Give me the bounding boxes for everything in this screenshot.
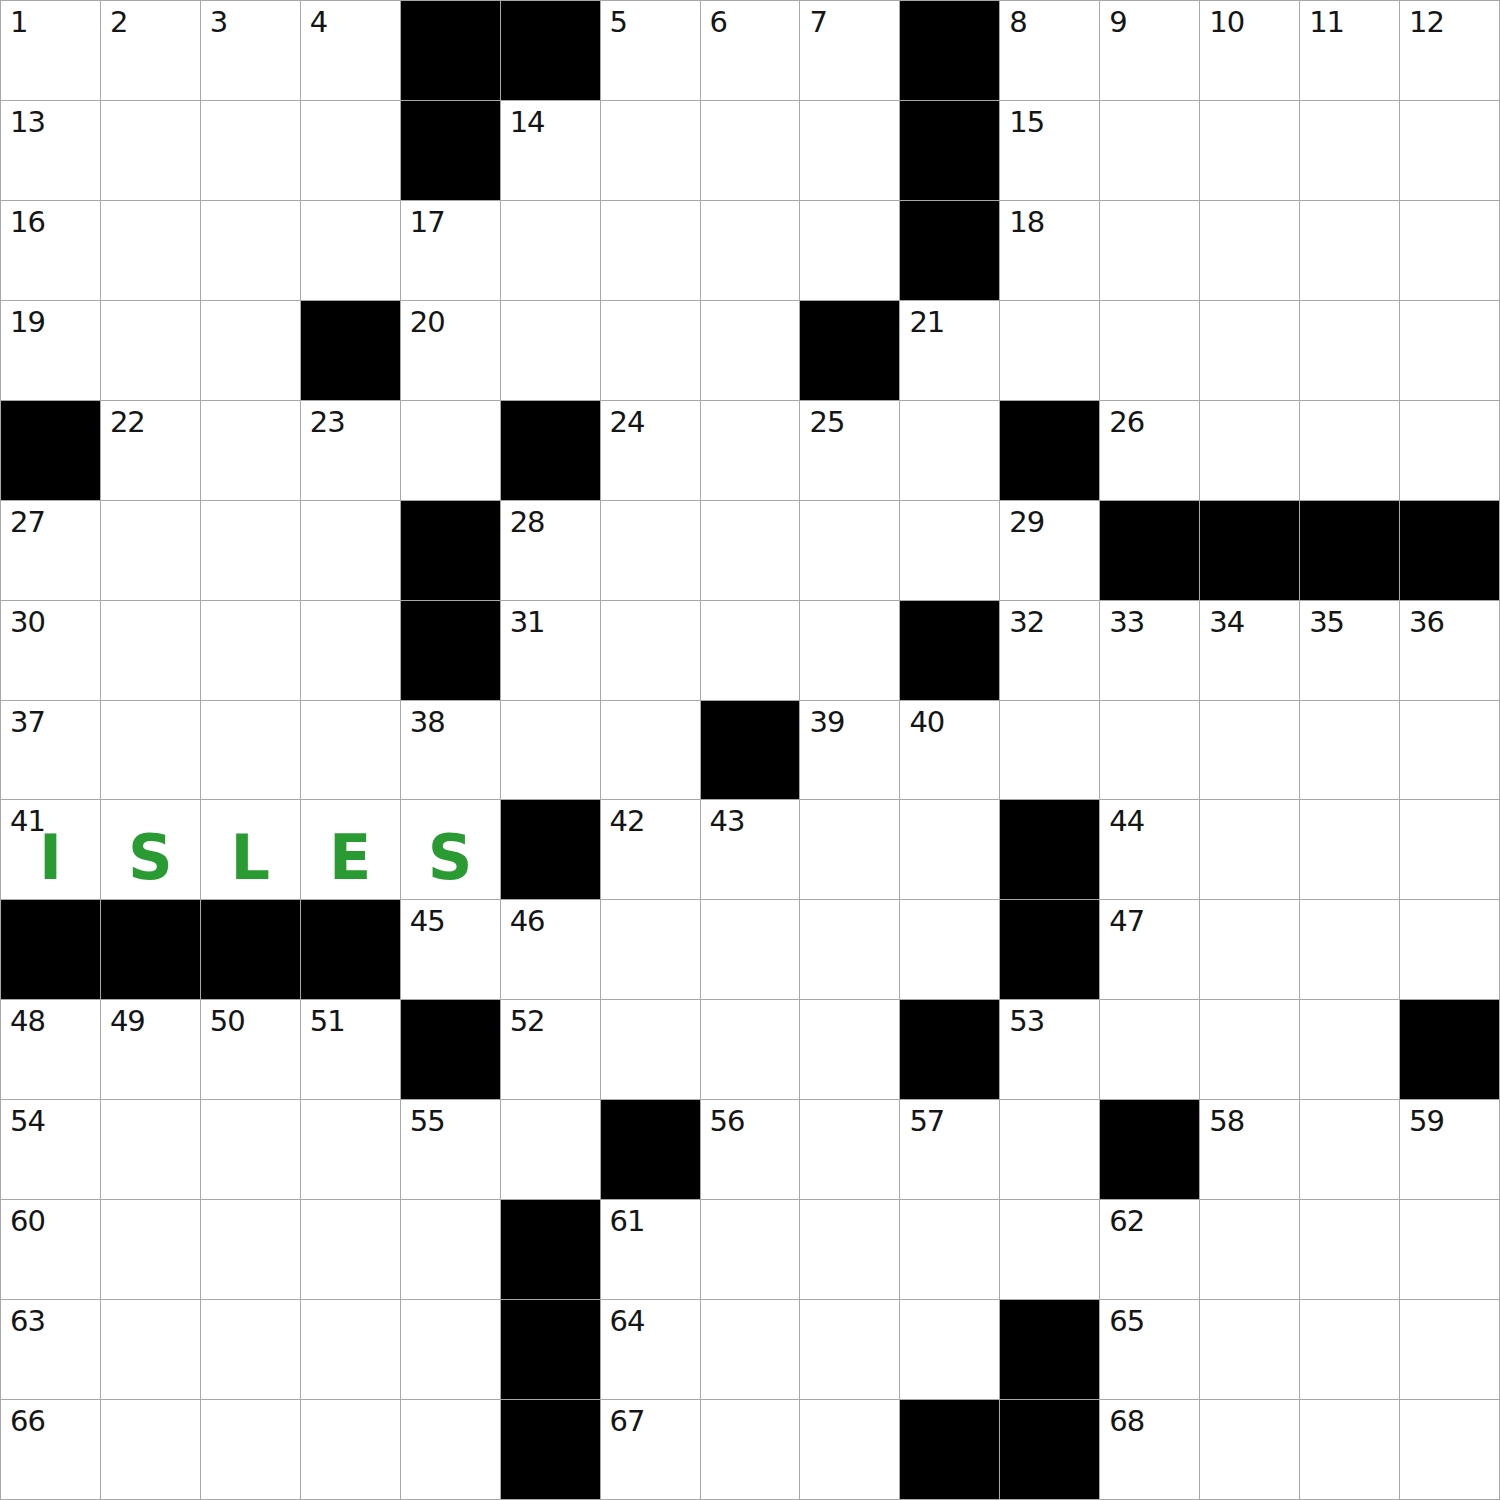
white-cell[interactable] xyxy=(800,800,899,899)
white-cell[interactable] xyxy=(101,1100,200,1199)
white-cell[interactable] xyxy=(601,201,700,300)
crossword-board: 1234567891011121314151617181920212223242… xyxy=(0,0,1500,1500)
black-cell xyxy=(201,900,300,999)
white-cell[interactable]: 58 xyxy=(1200,1100,1299,1199)
white-cell[interactable]: 22 xyxy=(101,401,200,500)
black-cell xyxy=(900,1,999,100)
clue-number: 3 xyxy=(210,5,227,39)
white-cell[interactable] xyxy=(501,201,600,300)
white-cell[interactable] xyxy=(900,900,999,999)
clue-number: 54 xyxy=(10,1104,45,1138)
white-cell[interactable] xyxy=(201,1100,300,1199)
white-cell[interactable] xyxy=(1400,1300,1499,1399)
white-cell[interactable] xyxy=(1300,401,1399,500)
white-cell[interactable] xyxy=(1400,800,1499,899)
white-cell[interactable] xyxy=(301,101,400,200)
white-cell[interactable] xyxy=(701,301,800,400)
white-cell[interactable]: 25 xyxy=(800,401,899,500)
white-cell[interactable] xyxy=(701,1300,800,1399)
white-cell[interactable]: 62 xyxy=(1100,1200,1199,1299)
white-cell[interactable]: E xyxy=(301,800,400,899)
clue-number: 62 xyxy=(1109,1204,1144,1238)
white-cell[interactable] xyxy=(201,301,300,400)
white-cell[interactable] xyxy=(800,501,899,600)
cell-letter: S xyxy=(401,808,500,907)
white-cell[interactable]: 13 xyxy=(1,101,100,200)
clue-number: 66 xyxy=(10,1404,45,1438)
white-cell[interactable] xyxy=(601,701,700,800)
white-cell[interactable] xyxy=(201,101,300,200)
clue-number: 32 xyxy=(1009,605,1044,639)
clue-number: 64 xyxy=(610,1304,645,1338)
white-cell[interactable] xyxy=(900,1200,999,1299)
clue-number: 68 xyxy=(1109,1404,1144,1438)
clue-number: 8 xyxy=(1009,5,1026,39)
white-cell[interactable] xyxy=(1300,900,1399,999)
white-cell[interactable]: 23 xyxy=(301,401,400,500)
white-cell[interactable] xyxy=(101,301,200,400)
white-cell[interactable] xyxy=(1300,1400,1399,1499)
clue-number: 14 xyxy=(510,105,545,139)
white-cell[interactable] xyxy=(301,1400,400,1499)
white-cell[interactable] xyxy=(401,1200,500,1299)
white-cell[interactable] xyxy=(1200,1300,1299,1399)
white-cell[interactable] xyxy=(101,601,200,700)
black-cell xyxy=(701,701,800,800)
white-cell[interactable] xyxy=(1300,1300,1399,1399)
white-cell[interactable] xyxy=(1200,900,1299,999)
clue-number: 6 xyxy=(710,5,727,39)
white-cell[interactable]: 66 xyxy=(1,1400,100,1499)
clue-number: 10 xyxy=(1209,5,1244,39)
white-cell[interactable]: 24 xyxy=(601,401,700,500)
white-cell[interactable] xyxy=(1400,201,1499,300)
white-cell[interactable]: 9 xyxy=(1100,1,1199,100)
white-cell[interactable] xyxy=(900,401,999,500)
white-cell[interactable] xyxy=(1400,701,1499,800)
white-cell[interactable] xyxy=(301,1200,400,1299)
white-cell[interactable] xyxy=(1200,1200,1299,1299)
clue-number: 49 xyxy=(110,1004,145,1038)
clue-number: 52 xyxy=(510,1004,545,1038)
black-cell xyxy=(401,1,500,100)
white-cell[interactable] xyxy=(1000,301,1099,400)
white-cell[interactable] xyxy=(701,900,800,999)
white-cell[interactable] xyxy=(1200,1000,1299,1099)
black-cell xyxy=(501,1,600,100)
white-cell[interactable] xyxy=(701,501,800,600)
crossword-grid: 1234567891011121314151617181920212223242… xyxy=(0,0,1500,1500)
white-cell[interactable] xyxy=(501,701,600,800)
white-cell[interactable] xyxy=(1400,401,1499,500)
white-cell[interactable]: 14 xyxy=(501,101,600,200)
white-cell[interactable]: 40 xyxy=(900,701,999,800)
white-cell[interactable] xyxy=(800,1300,899,1399)
white-cell[interactable] xyxy=(1300,201,1399,300)
white-cell[interactable] xyxy=(1200,701,1299,800)
white-cell[interactable]: 31 xyxy=(501,601,600,700)
clue-number: 4 xyxy=(310,5,327,39)
clue-number: 9 xyxy=(1109,5,1126,39)
white-cell[interactable]: 39 xyxy=(800,701,899,800)
white-cell[interactable] xyxy=(701,101,800,200)
black-cell xyxy=(1,900,100,999)
white-cell[interactable] xyxy=(1000,701,1099,800)
clue-number: 40 xyxy=(909,705,944,739)
clue-number: 57 xyxy=(909,1104,944,1138)
white-cell[interactable] xyxy=(201,601,300,700)
black-cell xyxy=(301,900,400,999)
white-cell[interactable]: 57 xyxy=(900,1100,999,1199)
white-cell[interactable]: 20 xyxy=(401,301,500,400)
white-cell[interactable] xyxy=(1000,1100,1099,1199)
white-cell[interactable] xyxy=(1300,1000,1399,1099)
white-cell[interactable] xyxy=(201,701,300,800)
clue-number: 16 xyxy=(10,205,45,239)
black-cell xyxy=(900,201,999,300)
white-cell[interactable]: 56 xyxy=(701,1100,800,1199)
clue-number: 7 xyxy=(809,5,826,39)
white-cell[interactable] xyxy=(1200,1400,1299,1499)
white-cell[interactable] xyxy=(701,1200,800,1299)
white-cell[interactable] xyxy=(101,701,200,800)
white-cell[interactable] xyxy=(701,601,800,700)
black-cell xyxy=(101,900,200,999)
black-cell xyxy=(401,101,500,200)
white-cell[interactable]: 68 xyxy=(1100,1400,1199,1499)
white-cell[interactable] xyxy=(301,1300,400,1399)
white-cell[interactable] xyxy=(800,101,899,200)
white-cell[interactable]: 44 xyxy=(1100,800,1199,899)
white-cell[interactable] xyxy=(800,1400,899,1499)
white-cell[interactable] xyxy=(201,401,300,500)
white-cell[interactable]: 63 xyxy=(1,1300,100,1399)
white-cell[interactable]: 48 xyxy=(1,1000,100,1099)
black-cell xyxy=(501,401,600,500)
black-cell xyxy=(1300,501,1399,600)
white-cell[interactable]: 11 xyxy=(1300,1,1399,100)
white-cell[interactable] xyxy=(601,601,700,700)
white-cell[interactable] xyxy=(1400,1200,1499,1299)
clue-number: 13 xyxy=(10,105,45,139)
white-cell[interactable]: 16 xyxy=(1,201,100,300)
white-cell[interactable] xyxy=(301,201,400,300)
white-cell[interactable]: 67 xyxy=(601,1400,700,1499)
clue-number: 67 xyxy=(610,1404,645,1438)
black-cell xyxy=(1000,401,1099,500)
white-cell[interactable] xyxy=(501,301,600,400)
white-cell[interactable]: 43 xyxy=(701,800,800,899)
white-cell[interactable]: 54 xyxy=(1,1100,100,1199)
white-cell[interactable] xyxy=(800,601,899,700)
white-cell[interactable] xyxy=(1200,800,1299,899)
black-cell xyxy=(900,601,999,700)
white-cell[interactable]: 15 xyxy=(1000,101,1099,200)
white-cell[interactable]: 41I xyxy=(1,800,100,899)
white-cell[interactable]: 5 xyxy=(601,1,700,100)
clue-number: 58 xyxy=(1209,1104,1244,1138)
black-cell xyxy=(501,1200,600,1299)
black-cell xyxy=(401,1000,500,1099)
black-cell xyxy=(1000,1300,1099,1399)
white-cell[interactable] xyxy=(201,201,300,300)
white-cell[interactable]: 2 xyxy=(101,1,200,100)
white-cell[interactable]: 52 xyxy=(501,1000,600,1099)
white-cell[interactable] xyxy=(701,401,800,500)
white-cell[interactable] xyxy=(301,701,400,800)
white-cell[interactable] xyxy=(1100,101,1199,200)
black-cell xyxy=(1100,1100,1199,1199)
clue-number: 35 xyxy=(1309,605,1344,639)
white-cell[interactable] xyxy=(1200,201,1299,300)
white-cell[interactable] xyxy=(201,1300,300,1399)
black-cell xyxy=(1200,501,1299,600)
white-cell[interactable] xyxy=(1200,301,1299,400)
clue-number: 2 xyxy=(110,5,127,39)
black-cell xyxy=(501,1300,600,1399)
black-cell xyxy=(1400,1000,1499,1099)
white-cell[interactable] xyxy=(601,501,700,600)
white-cell[interactable] xyxy=(301,501,400,600)
black-cell xyxy=(401,601,500,700)
white-cell[interactable] xyxy=(1100,301,1199,400)
white-cell[interactable] xyxy=(701,201,800,300)
white-cell[interactable]: 29 xyxy=(1000,501,1099,600)
white-cell[interactable] xyxy=(1400,1400,1499,1499)
black-cell xyxy=(1100,501,1199,600)
white-cell[interactable]: S xyxy=(101,800,200,899)
white-cell[interactable]: 51 xyxy=(301,1000,400,1099)
white-cell[interactable] xyxy=(900,501,999,600)
white-cell[interactable] xyxy=(900,1300,999,1399)
clue-number: 39 xyxy=(809,705,844,739)
white-cell[interactable]: 46 xyxy=(501,900,600,999)
clue-number: 30 xyxy=(10,605,45,639)
white-cell[interactable]: 49 xyxy=(101,1000,200,1099)
white-cell[interactable]: 36 xyxy=(1400,601,1499,700)
white-cell[interactable] xyxy=(1200,101,1299,200)
clue-number: 27 xyxy=(10,505,45,539)
black-cell xyxy=(1400,501,1499,600)
white-cell[interactable]: 32 xyxy=(1000,601,1099,700)
white-cell[interactable]: 37 xyxy=(1,701,100,800)
white-cell[interactable]: 18 xyxy=(1000,201,1099,300)
clue-number: 42 xyxy=(610,804,645,838)
white-cell[interactable]: 60 xyxy=(1,1200,100,1299)
black-cell xyxy=(1000,900,1099,999)
white-cell[interactable]: 21 xyxy=(900,301,999,400)
white-cell[interactable]: 7 xyxy=(800,1,899,100)
clue-number: 55 xyxy=(410,1104,445,1138)
black-cell xyxy=(1,401,100,500)
white-cell[interactable]: 55 xyxy=(401,1100,500,1199)
clue-number: 46 xyxy=(510,904,545,938)
clue-number: 20 xyxy=(410,305,445,339)
white-cell[interactable] xyxy=(1300,1100,1399,1199)
white-cell[interactable] xyxy=(1300,301,1399,400)
white-cell[interactable]: 6 xyxy=(701,1,800,100)
clue-number: 37 xyxy=(10,705,45,739)
white-cell[interactable] xyxy=(1300,101,1399,200)
white-cell[interactable]: 19 xyxy=(1,301,100,400)
white-cell[interactable] xyxy=(1400,101,1499,200)
cell-letter: S xyxy=(101,808,200,907)
white-cell[interactable] xyxy=(800,1000,899,1099)
white-cell[interactable]: 59 xyxy=(1400,1100,1499,1199)
white-cell[interactable] xyxy=(1100,1000,1199,1099)
white-cell[interactable] xyxy=(301,601,400,700)
black-cell xyxy=(501,1400,600,1499)
white-cell[interactable] xyxy=(701,1000,800,1099)
white-cell[interactable]: 34 xyxy=(1200,601,1299,700)
black-cell xyxy=(501,800,600,899)
white-cell[interactable] xyxy=(201,1400,300,1499)
white-cell[interactable] xyxy=(101,101,200,200)
clue-number: 21 xyxy=(909,305,944,339)
white-cell[interactable]: 65 xyxy=(1100,1300,1199,1399)
black-cell xyxy=(800,301,899,400)
white-cell[interactable] xyxy=(101,201,200,300)
clue-number: 33 xyxy=(1109,605,1144,639)
clue-number: 63 xyxy=(10,1304,45,1338)
white-cell[interactable] xyxy=(601,900,700,999)
white-cell[interactable] xyxy=(800,1200,899,1299)
white-cell[interactable]: 1 xyxy=(1,1,100,100)
clue-number: 17 xyxy=(410,205,445,239)
cell-letter: E xyxy=(301,808,400,907)
white-cell[interactable]: 12 xyxy=(1400,1,1499,100)
cell-letter: I xyxy=(1,808,100,907)
white-cell[interactable]: 38 xyxy=(401,701,500,800)
black-cell xyxy=(900,1400,999,1499)
white-cell[interactable] xyxy=(601,1000,700,1099)
white-cell[interactable]: 61 xyxy=(601,1200,700,1299)
white-cell[interactable]: 30 xyxy=(1,601,100,700)
white-cell[interactable] xyxy=(1100,701,1199,800)
clue-number: 44 xyxy=(1109,804,1144,838)
white-cell[interactable] xyxy=(1200,401,1299,500)
clue-number: 53 xyxy=(1009,1004,1044,1038)
clue-number: 50 xyxy=(210,1004,245,1038)
clue-number: 19 xyxy=(10,305,45,339)
clue-number: 48 xyxy=(10,1004,45,1038)
clue-number: 23 xyxy=(310,405,345,439)
clue-number: 59 xyxy=(1409,1104,1444,1138)
white-cell[interactable]: 4 xyxy=(301,1,400,100)
white-cell[interactable]: 64 xyxy=(601,1300,700,1399)
white-cell[interactable] xyxy=(201,1200,300,1299)
white-cell[interactable]: 27 xyxy=(1,501,100,600)
white-cell[interactable]: 3 xyxy=(201,1,300,100)
clue-number: 43 xyxy=(710,804,745,838)
white-cell[interactable]: 42 xyxy=(601,800,700,899)
white-cell[interactable]: 17 xyxy=(401,201,500,300)
white-cell[interactable] xyxy=(800,201,899,300)
cell-letter: L xyxy=(201,808,300,907)
black-cell xyxy=(301,301,400,400)
white-cell[interactable] xyxy=(401,1300,500,1399)
clue-number: 51 xyxy=(310,1004,345,1038)
white-cell[interactable] xyxy=(401,401,500,500)
black-cell xyxy=(900,1000,999,1099)
white-cell[interactable] xyxy=(1300,701,1399,800)
black-cell xyxy=(1000,800,1099,899)
clue-number: 45 xyxy=(410,904,445,938)
white-cell[interactable] xyxy=(601,301,700,400)
white-cell[interactable] xyxy=(501,1100,600,1199)
white-cell[interactable] xyxy=(401,1400,500,1499)
clue-number: 29 xyxy=(1009,505,1044,539)
clue-number: 25 xyxy=(809,405,844,439)
white-cell[interactable] xyxy=(800,1100,899,1199)
white-cell[interactable] xyxy=(1300,1200,1399,1299)
white-cell[interactable]: 28 xyxy=(501,501,600,600)
white-cell[interactable] xyxy=(1400,900,1499,999)
clue-number: 34 xyxy=(1209,605,1244,639)
clue-number: 24 xyxy=(610,405,645,439)
white-cell[interactable] xyxy=(800,900,899,999)
black-cell xyxy=(601,1100,700,1199)
black-cell xyxy=(900,101,999,200)
white-cell[interactable]: 45 xyxy=(401,900,500,999)
white-cell[interactable] xyxy=(1100,201,1199,300)
white-cell[interactable] xyxy=(101,1400,200,1499)
clue-number: 61 xyxy=(610,1204,645,1238)
clue-number: 28 xyxy=(510,505,545,539)
clue-number: 47 xyxy=(1109,904,1144,938)
clue-number: 22 xyxy=(110,405,145,439)
clue-number: 15 xyxy=(1009,105,1044,139)
clue-number: 60 xyxy=(10,1204,45,1238)
white-cell[interactable]: 50 xyxy=(201,1000,300,1099)
clue-number: 26 xyxy=(1109,405,1144,439)
white-cell[interactable]: 53 xyxy=(1000,1000,1099,1099)
white-cell[interactable]: 8 xyxy=(1000,1,1099,100)
white-cell[interactable] xyxy=(301,1100,400,1199)
clue-number: 5 xyxy=(610,5,627,39)
clue-number: 11 xyxy=(1309,5,1344,39)
black-cell xyxy=(1000,1400,1099,1499)
white-cell[interactable] xyxy=(701,1400,800,1499)
white-cell[interactable]: 35 xyxy=(1300,601,1399,700)
white-cell[interactable]: 33 xyxy=(1100,601,1199,700)
white-cell[interactable]: 26 xyxy=(1100,401,1199,500)
clue-number: 1 xyxy=(10,5,27,39)
white-cell[interactable] xyxy=(101,1200,200,1299)
white-cell[interactable] xyxy=(201,501,300,600)
white-cell[interactable] xyxy=(601,101,700,200)
clue-number: 65 xyxy=(1109,1304,1144,1338)
clue-number: 56 xyxy=(710,1104,745,1138)
white-cell[interactable]: L xyxy=(201,800,300,899)
white-cell[interactable]: S xyxy=(401,800,500,899)
white-cell[interactable]: 47 xyxy=(1100,900,1199,999)
black-cell xyxy=(401,501,500,600)
white-cell[interactable] xyxy=(1300,800,1399,899)
clue-number: 12 xyxy=(1409,5,1444,39)
clue-number: 18 xyxy=(1009,205,1044,239)
clue-number: 31 xyxy=(510,605,545,639)
white-cell[interactable] xyxy=(101,501,200,600)
white-cell[interactable] xyxy=(1000,1200,1099,1299)
white-cell[interactable] xyxy=(900,800,999,899)
white-cell[interactable] xyxy=(1400,301,1499,400)
white-cell[interactable] xyxy=(101,1300,200,1399)
clue-number: 36 xyxy=(1409,605,1444,639)
clue-number: 38 xyxy=(410,705,445,739)
white-cell[interactable]: 10 xyxy=(1200,1,1299,100)
